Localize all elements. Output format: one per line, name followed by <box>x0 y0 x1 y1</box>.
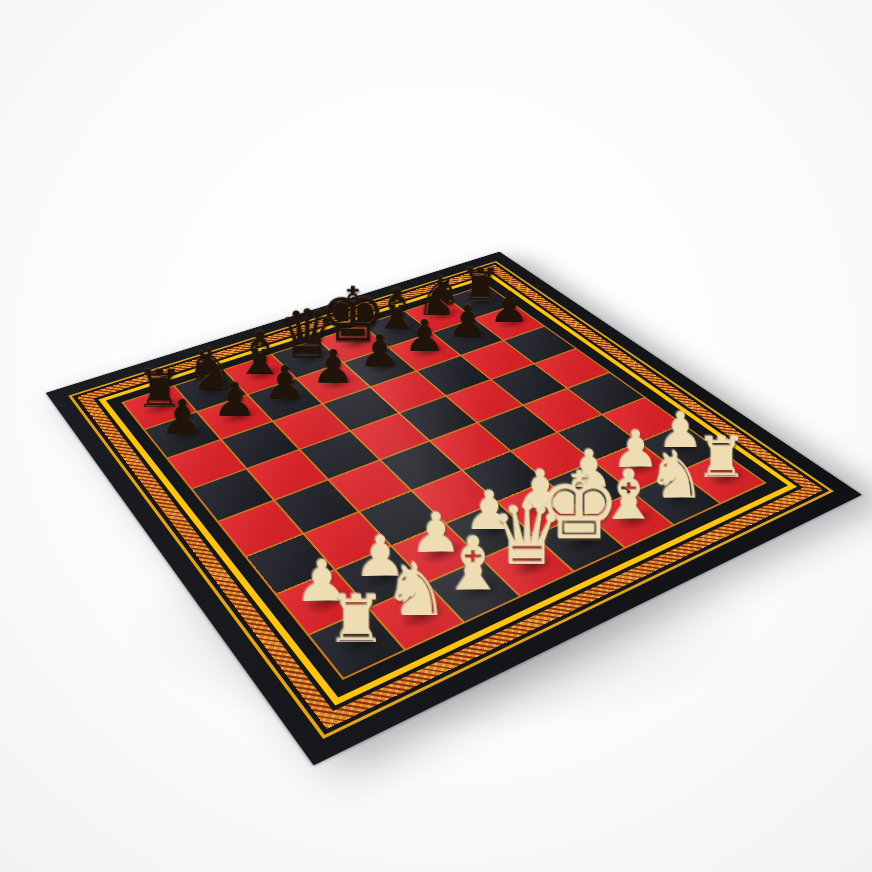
square-a7[interactable]: ♟ <box>145 412 219 457</box>
product-photo-scene: ♜♞♝♛♚♝♞♜♟♟♟♟♟♟♟♟♟♟♟♟♟♟♟♟♜♞♝♛♚♝♞♜ <box>0 0 872 872</box>
square-a1[interactable]: ♜ <box>310 609 404 677</box>
